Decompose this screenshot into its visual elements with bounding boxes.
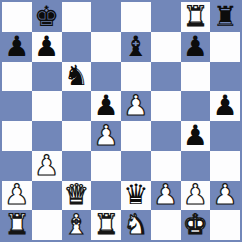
square-g7[interactable]: ♟: [181, 32, 211, 62]
square-d8[interactable]: [91, 2, 121, 32]
square-f3[interactable]: [151, 151, 181, 181]
white-rook[interactable]: ♜: [183, 3, 208, 31]
square-b1[interactable]: [32, 210, 62, 240]
black-knight[interactable]: ♞: [64, 62, 89, 90]
square-d4[interactable]: ♟: [91, 121, 121, 151]
square-b5[interactable]: [32, 91, 62, 121]
square-d2[interactable]: [91, 181, 121, 211]
square-e6[interactable]: [121, 62, 151, 92]
square-c8[interactable]: [62, 2, 92, 32]
square-a6[interactable]: [2, 62, 32, 92]
square-d1[interactable]: ♜: [91, 210, 121, 240]
black-pawn[interactable]: ♟: [4, 33, 29, 61]
square-f1[interactable]: [151, 210, 181, 240]
white-knight[interactable]: ♞: [123, 211, 148, 239]
square-d3[interactable]: [91, 151, 121, 181]
black-queen[interactable]: ♛: [123, 181, 148, 209]
square-h3[interactable]: [210, 151, 240, 181]
square-f5[interactable]: [151, 91, 181, 121]
white-pawn[interactable]: ♟: [123, 92, 148, 120]
square-b3[interactable]: ♟: [32, 151, 62, 181]
square-f6[interactable]: [151, 62, 181, 92]
square-f8[interactable]: [151, 2, 181, 32]
square-c3[interactable]: [62, 151, 92, 181]
square-b4[interactable]: [32, 121, 62, 151]
square-e5[interactable]: ♟: [121, 91, 151, 121]
square-a2[interactable]: ♟: [2, 181, 32, 211]
square-f4[interactable]: [151, 121, 181, 151]
square-g2[interactable]: ♟: [181, 181, 211, 211]
black-pawn[interactable]: ♟: [94, 92, 119, 120]
square-a7[interactable]: ♟: [2, 32, 32, 62]
square-b8[interactable]: ♚: [32, 2, 62, 32]
square-e8[interactable]: [121, 2, 151, 32]
square-e7[interactable]: ♝: [121, 32, 151, 62]
square-g4[interactable]: ♟: [181, 121, 211, 151]
square-h1[interactable]: [210, 210, 240, 240]
white-rook[interactable]: ♜: [94, 211, 119, 239]
black-pawn[interactable]: ♟: [183, 122, 208, 150]
square-e4[interactable]: [121, 121, 151, 151]
white-pawn[interactable]: ♟: [213, 181, 238, 209]
square-g5[interactable]: [181, 91, 211, 121]
square-c2[interactable]: ♛: [62, 181, 92, 211]
square-e3[interactable]: [121, 151, 151, 181]
square-b7[interactable]: ♟: [32, 32, 62, 62]
square-g3[interactable]: [181, 151, 211, 181]
white-pawn[interactable]: ♟: [153, 181, 178, 209]
white-king[interactable]: ♚: [183, 211, 208, 239]
black-king[interactable]: ♚: [34, 3, 59, 31]
square-e2[interactable]: ♛: [121, 181, 151, 211]
square-a8[interactable]: [2, 2, 32, 32]
white-pawn[interactable]: ♟: [94, 122, 119, 150]
chess-board: ♚♜♜♟♟♝♟♞♟♟♟♟♟♟♟♛♛♟♟♟♜♝♜♞♚: [0, 0, 242, 242]
square-a1[interactable]: ♜: [2, 210, 32, 240]
black-bishop[interactable]: ♝: [123, 33, 148, 61]
square-d7[interactable]: [91, 32, 121, 62]
square-c1[interactable]: ♝: [62, 210, 92, 240]
square-f7[interactable]: [151, 32, 181, 62]
square-a5[interactable]: [2, 91, 32, 121]
white-rook[interactable]: ♜: [4, 211, 29, 239]
white-pawn[interactable]: ♟: [183, 181, 208, 209]
square-h8[interactable]: ♜: [210, 2, 240, 32]
square-g8[interactable]: ♜: [181, 2, 211, 32]
white-queen[interactable]: ♛: [64, 181, 89, 209]
black-rook[interactable]: ♜: [213, 3, 238, 31]
white-pawn[interactable]: ♟: [4, 181, 29, 209]
black-pawn[interactable]: ♟: [34, 33, 59, 61]
black-pawn[interactable]: ♟: [213, 92, 238, 120]
square-c4[interactable]: [62, 121, 92, 151]
square-f2[interactable]: ♟: [151, 181, 181, 211]
square-h4[interactable]: [210, 121, 240, 151]
square-d6[interactable]: [91, 62, 121, 92]
square-g6[interactable]: [181, 62, 211, 92]
square-h7[interactable]: [210, 32, 240, 62]
square-h5[interactable]: ♟: [210, 91, 240, 121]
square-b2[interactable]: [32, 181, 62, 211]
square-a4[interactable]: [2, 121, 32, 151]
black-pawn[interactable]: ♟: [183, 33, 208, 61]
square-g1[interactable]: ♚: [181, 210, 211, 240]
square-b6[interactable]: [32, 62, 62, 92]
square-c6[interactable]: ♞: [62, 62, 92, 92]
square-c5[interactable]: [62, 91, 92, 121]
white-pawn[interactable]: ♟: [34, 152, 59, 180]
square-d5[interactable]: ♟: [91, 91, 121, 121]
white-bishop[interactable]: ♝: [64, 211, 89, 239]
square-a3[interactable]: [2, 151, 32, 181]
square-h2[interactable]: ♟: [210, 181, 240, 211]
square-c7[interactable]: [62, 32, 92, 62]
square-e1[interactable]: ♞: [121, 210, 151, 240]
square-h6[interactable]: [210, 62, 240, 92]
